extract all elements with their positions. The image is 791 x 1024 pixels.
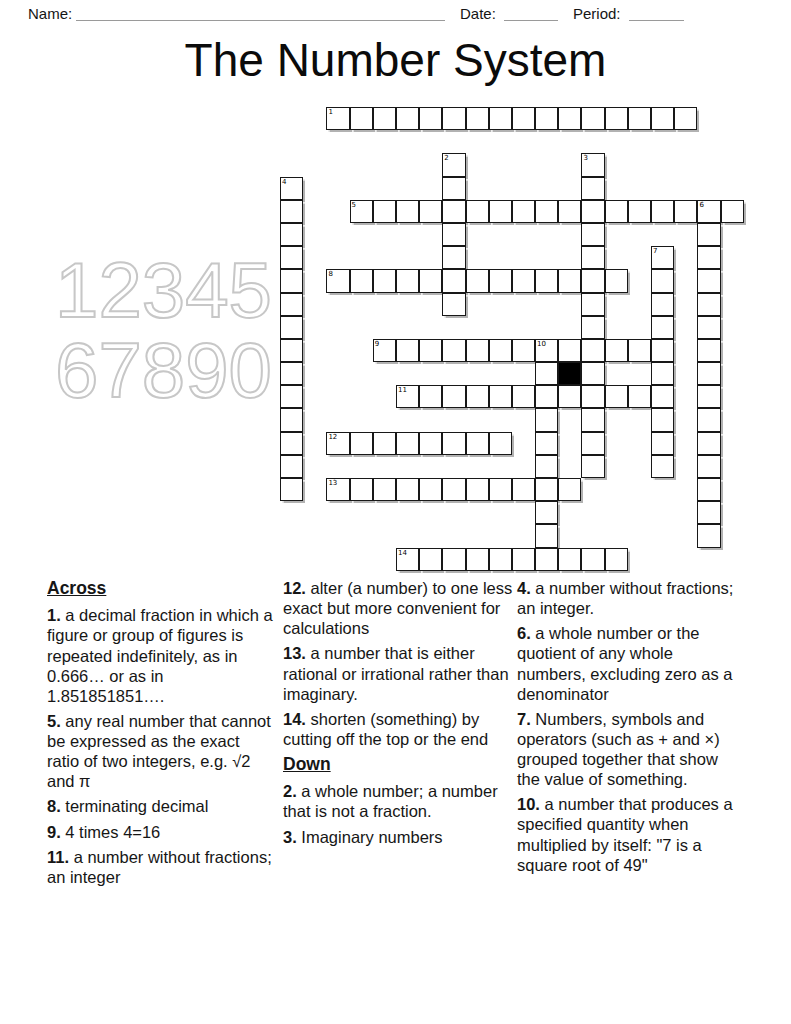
grid-cell[interactable] — [605, 548, 628, 571]
grid-cell[interactable] — [466, 478, 489, 501]
crossword-grid: 1234567891011121314 — [280, 107, 744, 571]
clue-item: 8. terminating decimal — [47, 796, 273, 816]
grid-cell[interactable] — [674, 200, 697, 223]
clue-number: 9 — [375, 340, 379, 348]
name-blank-line — [76, 20, 445, 21]
grid-cell[interactable] — [697, 478, 720, 501]
grid-cell[interactable] — [489, 107, 512, 130]
grid-cell[interactable] — [350, 432, 373, 455]
grid-cell[interactable] — [373, 432, 396, 455]
grid-cell[interactable] — [466, 432, 489, 455]
black-cell — [558, 362, 581, 385]
grid-cell[interactable] — [535, 200, 558, 223]
grid-cell[interactable] — [280, 246, 303, 269]
grid-cell[interactable] — [651, 293, 674, 316]
clue-number: 12 — [328, 433, 337, 441]
clue-number: 6 — [699, 201, 703, 209]
grid-cell[interactable] — [651, 408, 674, 431]
grid-cell[interactable] — [605, 200, 628, 223]
grid-cell[interactable] — [419, 107, 442, 130]
grid-cell[interactable] — [651, 339, 674, 362]
grid-cell[interactable] — [581, 408, 604, 431]
grid-cell[interactable] — [535, 269, 558, 292]
grid-cell[interactable] — [280, 432, 303, 455]
clue-number-label: 1. — [47, 606, 65, 624]
grid-cell[interactable] — [651, 107, 674, 130]
grid-cell[interactable]: 10 — [535, 339, 558, 362]
grid-cell[interactable] — [373, 107, 396, 130]
name-label: Name: — [28, 5, 72, 22]
grid-cell[interactable] — [373, 478, 396, 501]
grid-cell[interactable]: 5 — [350, 200, 373, 223]
grid-cell[interactable] — [558, 478, 581, 501]
grid-cell[interactable] — [651, 432, 674, 455]
grid-cell[interactable] — [373, 269, 396, 292]
grid-cell[interactable] — [489, 200, 512, 223]
grid-cell[interactable] — [489, 478, 512, 501]
clue-number-label: 4. — [517, 579, 535, 597]
grid-cell[interactable] — [489, 339, 512, 362]
grid-cell[interactable] — [419, 548, 442, 571]
grid-cell[interactable] — [442, 177, 465, 200]
grid-cell[interactable] — [442, 223, 465, 246]
clue-item: 13. a number that is either rational or … — [283, 643, 513, 703]
grid-cell[interactable]: 11 — [396, 385, 419, 408]
grid-cell[interactable] — [442, 385, 465, 408]
grid-cell[interactable] — [581, 432, 604, 455]
decorative-digits-line2: 67890 — [55, 330, 270, 410]
grid-cell[interactable] — [581, 548, 604, 571]
clue-number-label: 5. — [47, 712, 65, 730]
grid-cell[interactable] — [697, 501, 720, 524]
grid-cell[interactable] — [512, 200, 535, 223]
clue-number-label: 2. — [283, 782, 301, 800]
grid-cell[interactable] — [396, 269, 419, 292]
grid-cell[interactable] — [419, 385, 442, 408]
grid-cell[interactable] — [558, 339, 581, 362]
grid-cell[interactable] — [558, 548, 581, 571]
clue-number-label: 14. — [283, 710, 311, 728]
grid-cell[interactable] — [628, 385, 651, 408]
grid-cell[interactable] — [581, 269, 604, 292]
grid-cell[interactable] — [280, 293, 303, 316]
grid-cell[interactable] — [697, 246, 720, 269]
clue-number: 7 — [653, 247, 657, 255]
clue-item: 11. a number without fractions; an integ… — [47, 847, 273, 887]
grid-cell[interactable] — [396, 432, 419, 455]
clue-item: 10. a number that produces a specified q… — [517, 794, 739, 875]
grid-cell[interactable] — [442, 200, 465, 223]
grid-cell[interactable] — [674, 107, 697, 130]
grid-cell[interactable] — [466, 385, 489, 408]
date-label: Date: — [460, 5, 496, 22]
grid-cell[interactable] — [581, 385, 604, 408]
grid-cell[interactable] — [280, 385, 303, 408]
grid-cell[interactable] — [280, 339, 303, 362]
clue-column: 4. a number without fractions; an intege… — [517, 578, 739, 880]
clue-number-label: 8. — [47, 797, 65, 815]
clue-number: 14 — [398, 549, 407, 557]
grid-cell[interactable] — [721, 200, 744, 223]
clues-heading-across: Across — [47, 578, 273, 599]
clue-item: 7. Numbers, symbols and operators (such … — [517, 709, 739, 790]
grid-cell[interactable] — [697, 385, 720, 408]
grid-cell[interactable] — [558, 269, 581, 292]
period-label: Period: — [573, 5, 621, 22]
grid-cell[interactable] — [419, 269, 442, 292]
grid-cell[interactable] — [697, 339, 720, 362]
grid-cell[interactable] — [512, 548, 535, 571]
grid-cell[interactable] — [512, 478, 535, 501]
grid-cell[interactable] — [605, 269, 628, 292]
grid-cell[interactable] — [466, 548, 489, 571]
grid-cell[interactable] — [442, 269, 465, 292]
grid-cell[interactable] — [535, 107, 558, 130]
grid-cell[interactable] — [419, 478, 442, 501]
grid-cell[interactable] — [350, 107, 373, 130]
grid-cell[interactable] — [512, 385, 535, 408]
grid-cell[interactable] — [651, 362, 674, 385]
grid-cell[interactable] — [697, 432, 720, 455]
grid-cell[interactable] — [280, 362, 303, 385]
grid-cell[interactable] — [442, 246, 465, 269]
grid-cell[interactable] — [697, 362, 720, 385]
grid-cell[interactable] — [651, 385, 674, 408]
grid-cell[interactable] — [442, 293, 465, 316]
grid-cell[interactable] — [396, 478, 419, 501]
grid-cell[interactable] — [558, 385, 581, 408]
grid-cell[interactable] — [628, 107, 651, 130]
grid-cell[interactable] — [489, 432, 512, 455]
grid-cell[interactable]: 8 — [326, 269, 349, 292]
clue-column: Across1. a decimal fraction in which a f… — [47, 578, 273, 892]
clue-item: 4. a number without fractions; an intege… — [517, 578, 739, 618]
clue-number: 2 — [444, 154, 448, 162]
grid-cell[interactable] — [605, 107, 628, 130]
grid-cell[interactable]: 2 — [442, 153, 465, 176]
clue-item: 2. a whole number; a number that is not … — [283, 781, 513, 821]
grid-cell[interactable] — [512, 339, 535, 362]
grid-cell[interactable] — [535, 455, 558, 478]
grid-cell[interactable] — [280, 223, 303, 246]
clue-item: 9. 4 times 4=16 — [47, 822, 273, 842]
grid-cell[interactable] — [466, 269, 489, 292]
grid-cell[interactable] — [396, 107, 419, 130]
grid-cell[interactable] — [489, 269, 512, 292]
grid-cell[interactable] — [581, 339, 604, 362]
period-blank-line — [629, 20, 684, 21]
clue-number: 13 — [328, 479, 337, 487]
grid-cell[interactable]: 4 — [280, 177, 303, 200]
grid-cell[interactable] — [466, 339, 489, 362]
grid-cell[interactable] — [581, 316, 604, 339]
clue-number-label: 11. — [47, 848, 74, 866]
grid-cell[interactable] — [280, 478, 303, 501]
grid-cell[interactable] — [581, 455, 604, 478]
clue-number: 10 — [537, 340, 546, 348]
grid-cell[interactable] — [651, 455, 674, 478]
grid-cell[interactable] — [466, 107, 489, 130]
clue-number: 11 — [398, 386, 407, 394]
grid-cell[interactable] — [512, 269, 535, 292]
grid-cell[interactable]: 14 — [396, 548, 419, 571]
clue-number-label: 12. — [283, 579, 311, 597]
grid-cell[interactable] — [350, 478, 373, 501]
grid-cell[interactable] — [350, 269, 373, 292]
clue-number-label: 7. — [517, 710, 535, 728]
grid-cell[interactable] — [581, 107, 604, 130]
grid-cell[interactable] — [581, 177, 604, 200]
grid-cell[interactable] — [581, 200, 604, 223]
grid-cell[interactable] — [535, 524, 558, 547]
grid-cell[interactable] — [535, 432, 558, 455]
clue-number-label: 3. — [283, 828, 301, 846]
grid-cell[interactable] — [697, 524, 720, 547]
grid-cell[interactable] — [489, 385, 512, 408]
grid-cell[interactable] — [651, 316, 674, 339]
clue-column: 12. alter (a number) to one less exact b… — [283, 578, 513, 852]
grid-cell[interactable] — [442, 478, 465, 501]
clue-number-label: 10. — [517, 795, 545, 813]
grid-cell[interactable] — [280, 455, 303, 478]
grid-cell[interactable] — [419, 432, 442, 455]
grid-cell[interactable]: 9 — [373, 339, 396, 362]
grid-cell[interactable]: 12 — [326, 432, 349, 455]
grid-cell[interactable] — [651, 269, 674, 292]
grid-cell[interactable] — [628, 200, 651, 223]
clue-item: 12. alter (a number) to one less exact b… — [283, 578, 513, 638]
grid-cell[interactable] — [512, 107, 535, 130]
grid-cell[interactable] — [535, 362, 558, 385]
grid-cell[interactable] — [581, 293, 604, 316]
grid-cell[interactable] — [535, 548, 558, 571]
grid-cell[interactable] — [535, 478, 558, 501]
grid-cell[interactable] — [558, 107, 581, 130]
clue-number: 1 — [328, 108, 332, 116]
clue-number-label: 13. — [283, 644, 311, 662]
clue-number-label: 9. — [47, 823, 65, 841]
grid-cell[interactable] — [535, 408, 558, 431]
grid-cell[interactable] — [489, 548, 512, 571]
decorative-digits-line1: 12345 — [55, 250, 270, 330]
grid-cell[interactable] — [697, 223, 720, 246]
date-blank-line — [504, 20, 558, 21]
grid-cell[interactable] — [605, 385, 628, 408]
grid-cell[interactable] — [280, 316, 303, 339]
grid-cell[interactable] — [535, 501, 558, 524]
grid-cell[interactable]: 3 — [581, 153, 604, 176]
grid-cell[interactable] — [558, 200, 581, 223]
clue-item: 3. Imaginary numbers — [283, 827, 513, 847]
grid-cell[interactable] — [581, 362, 604, 385]
clue-number: 3 — [583, 154, 587, 162]
page-title: The Number System — [0, 33, 791, 87]
clue-item: 14. shorten (something) by cutting off t… — [283, 709, 513, 749]
grid-cell[interactable] — [697, 408, 720, 431]
grid-cell[interactable]: 13 — [326, 478, 349, 501]
grid-cell[interactable] — [396, 339, 419, 362]
grid-cell[interactable] — [396, 200, 419, 223]
grid-cell[interactable]: 7 — [651, 246, 674, 269]
clue-number: 8 — [328, 270, 332, 278]
clue-number: 4 — [282, 178, 286, 186]
grid-cell[interactable]: 6 — [697, 200, 720, 223]
clue-item: 1. a decimal fraction in which a figure … — [47, 605, 273, 706]
grid-cell[interactable] — [466, 200, 489, 223]
grid-cell[interactable] — [697, 316, 720, 339]
grid-cell[interactable] — [581, 223, 604, 246]
clue-item: 6. a whole number or the quotient of any… — [517, 623, 739, 704]
grid-cell[interactable] — [697, 455, 720, 478]
grid-cell[interactable] — [697, 293, 720, 316]
decorative-digits: 12345 67890 — [55, 250, 270, 410]
grid-cell[interactable] — [280, 408, 303, 431]
grid-cell[interactable] — [280, 269, 303, 292]
grid-cell[interactable] — [651, 200, 674, 223]
grid-cell[interactable] — [442, 339, 465, 362]
grid-cell[interactable] — [373, 200, 396, 223]
grid-cell[interactable] — [697, 269, 720, 292]
grid-cell[interactable] — [419, 200, 442, 223]
clue-number-label: 6. — [517, 624, 535, 642]
grid-cell[interactable] — [605, 339, 628, 362]
grid-cell[interactable] — [280, 200, 303, 223]
clues-heading-down: Down — [283, 754, 513, 775]
grid-cell[interactable] — [535, 385, 558, 408]
grid-cell[interactable] — [628, 339, 651, 362]
grid-cell[interactable] — [442, 548, 465, 571]
grid-cell[interactable] — [442, 107, 465, 130]
grid-cell[interactable] — [581, 246, 604, 269]
clue-number: 5 — [352, 201, 356, 209]
worksheet-page: Name: Date: Period: The Number System 12… — [0, 0, 791, 1024]
clue-item: 5. any real number that cannot be expres… — [47, 711, 273, 792]
grid-cell[interactable]: 1 — [326, 107, 349, 130]
grid-cell[interactable] — [419, 339, 442, 362]
grid-cell[interactable] — [442, 432, 465, 455]
